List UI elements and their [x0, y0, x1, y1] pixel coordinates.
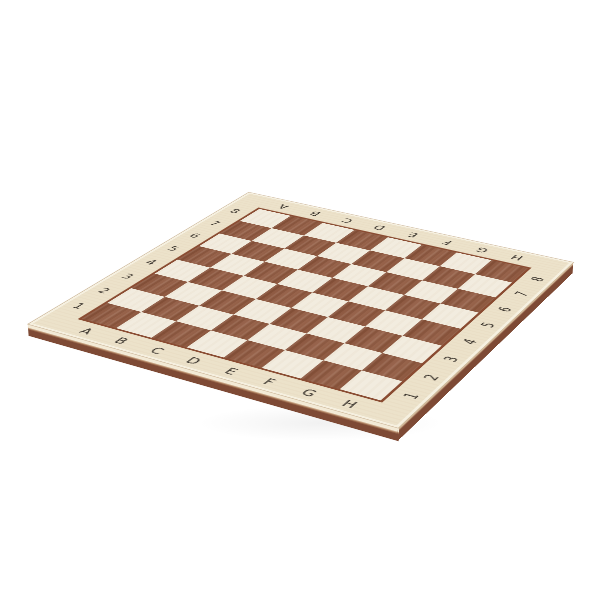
chessboard-3d-wrap: ABCDEFGH ABCDEFGH 87654321 87654321 — [27, 192, 574, 429]
product-photo-scene: ABCDEFGH ABCDEFGH 87654321 87654321 — [0, 0, 600, 600]
chessboard: ABCDEFGH ABCDEFGH 87654321 87654321 — [27, 192, 574, 429]
